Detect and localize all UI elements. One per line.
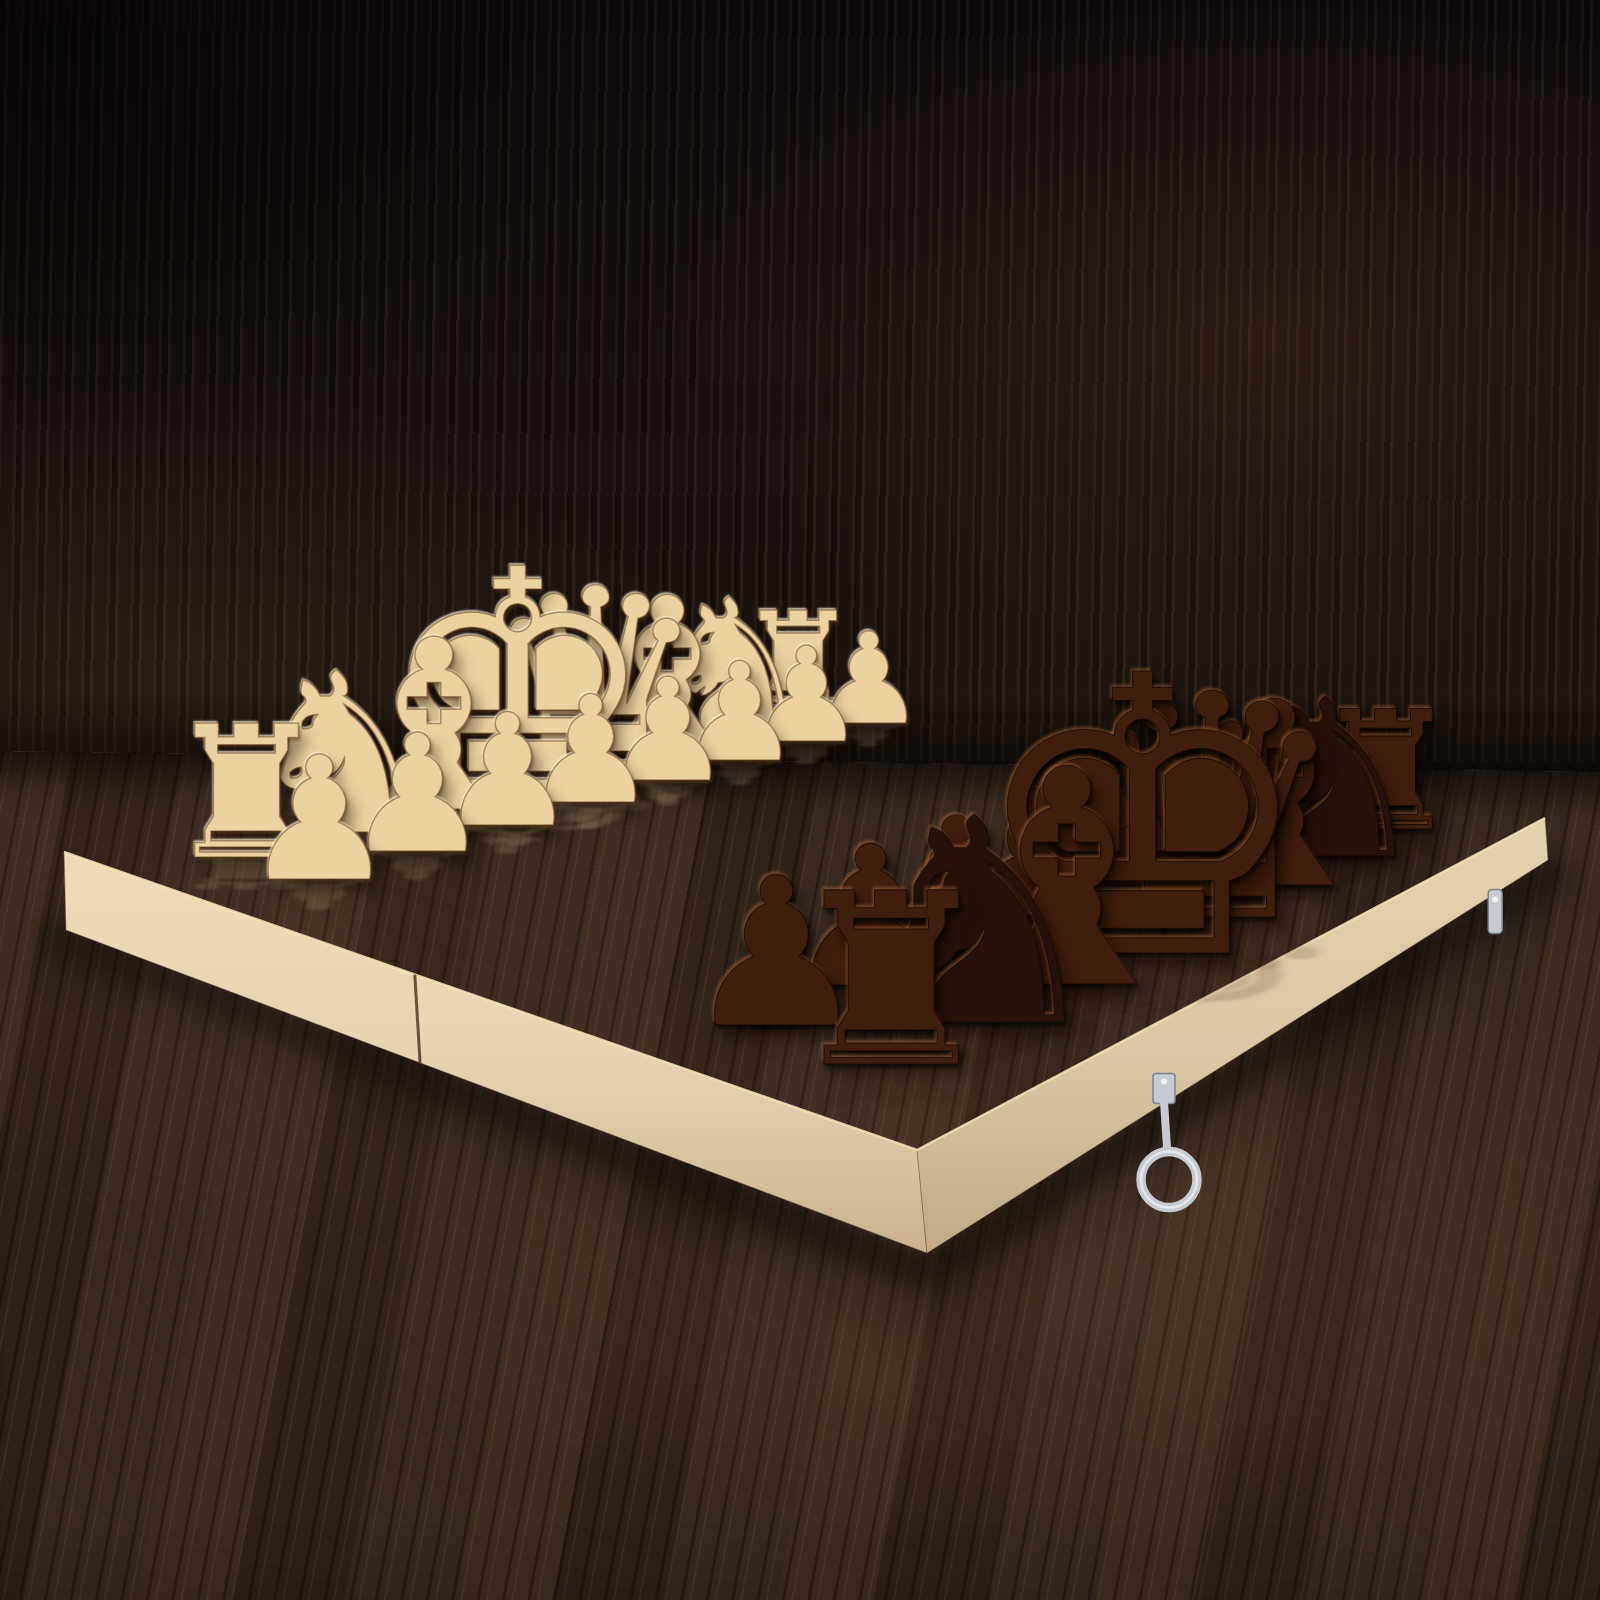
photo-scene: 12345678abcdefgh ♜♜♞♞♝♝♛♛♚♚♝♝♞♞♜♜♟♟♟♟♟♟♟… <box>0 0 1600 1600</box>
box-side-left <box>64 852 927 1253</box>
box-side-right <box>917 818 1548 1253</box>
board-box-sides <box>0 0 1600 1600</box>
corner-catch <box>1488 889 1502 933</box>
